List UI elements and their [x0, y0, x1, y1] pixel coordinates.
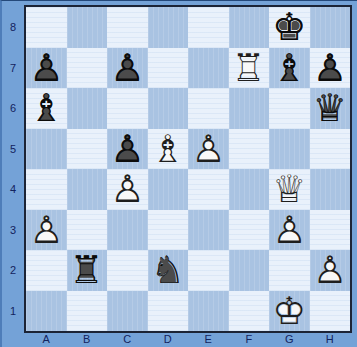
square-g3[interactable]: ♟♙	[269, 210, 310, 251]
black-pawn-h7[interactable]: ♟♙	[310, 48, 351, 89]
square-f7[interactable]: ♜♖	[229, 48, 270, 89]
square-d8[interactable]	[148, 7, 189, 48]
white-rook-f7[interactable]: ♜♖	[229, 48, 270, 89]
square-b6[interactable]	[67, 88, 108, 129]
white-queen-outline: ♕	[269, 169, 310, 210]
chess-board-panel: 87654321 ♚♔♟♙♟♙♜♖♝♗♟♙♝♗♛♕♟♙♝♗♟♙♟♙♛♕♟♙♟♙♜…	[0, 0, 357, 347]
square-e6[interactable]	[188, 88, 229, 129]
black-knight-outline: ♘	[148, 250, 189, 291]
square-f5[interactable]	[229, 129, 270, 170]
rank-label-2: 2	[2, 250, 24, 291]
square-g8[interactable]: ♚♔	[269, 7, 310, 48]
square-a2[interactable]	[26, 250, 67, 291]
white-pawn-outline: ♙	[188, 129, 229, 170]
black-pawn-outline: ♙	[26, 48, 67, 89]
white-pawn-a3[interactable]: ♟♙	[26, 210, 67, 251]
square-d1[interactable]	[148, 291, 189, 332]
black-bishop-a6[interactable]: ♝♗	[26, 88, 67, 129]
black-bishop-g7[interactable]: ♝♗	[269, 48, 310, 89]
square-g1[interactable]: ♚♔	[269, 291, 310, 332]
rank-label-4: 4	[2, 169, 24, 210]
file-label-g: G	[269, 333, 310, 346]
white-king-outline: ♔	[269, 291, 310, 332]
square-h5[interactable]	[310, 129, 351, 170]
white-pawn-e5[interactable]: ♟♙	[188, 129, 229, 170]
square-a3[interactable]: ♟♙	[26, 210, 67, 251]
square-e3[interactable]	[188, 210, 229, 251]
square-b1[interactable]	[67, 291, 108, 332]
rank-label-8: 8	[2, 7, 24, 48]
black-pawn-outline: ♙	[107, 129, 148, 170]
rank-label-6: 6	[2, 88, 24, 129]
square-g6[interactable]	[269, 88, 310, 129]
black-king-g8[interactable]: ♚♔	[269, 7, 310, 48]
square-e8[interactable]	[188, 7, 229, 48]
black-rook-outline: ♖	[67, 250, 108, 291]
square-c2[interactable]	[107, 250, 148, 291]
square-e1[interactable]	[188, 291, 229, 332]
square-f4[interactable]	[229, 169, 270, 210]
black-knight-d2[interactable]: ♞♘	[148, 250, 189, 291]
square-f6[interactable]	[229, 88, 270, 129]
square-h6[interactable]: ♛♕	[310, 88, 351, 129]
file-label-f: F	[229, 333, 270, 346]
black-pawn-outline: ♙	[310, 48, 351, 89]
black-queen-outline: ♕	[310, 88, 351, 129]
white-rook-outline: ♖	[229, 48, 270, 89]
square-g2[interactable]	[269, 250, 310, 291]
square-g4[interactable]: ♛♕	[269, 169, 310, 210]
square-f2[interactable]	[229, 250, 270, 291]
rank-label-7: 7	[2, 48, 24, 89]
square-d6[interactable]	[148, 88, 189, 129]
square-h1[interactable]	[310, 291, 351, 332]
square-c1[interactable]	[107, 291, 148, 332]
black-bishop-outline: ♗	[269, 48, 310, 89]
square-a5[interactable]	[26, 129, 67, 170]
file-label-h: H	[310, 333, 351, 346]
white-pawn-outline: ♙	[310, 250, 351, 291]
square-h4[interactable]	[310, 169, 351, 210]
black-pawn-c5[interactable]: ♟♙	[107, 129, 148, 170]
white-pawn-g3[interactable]: ♟♙	[269, 210, 310, 251]
black-rook-b2[interactable]: ♜♖	[67, 250, 108, 291]
white-pawn-outline: ♙	[26, 210, 67, 251]
square-d4[interactable]	[148, 169, 189, 210]
square-g7[interactable]: ♝♗	[269, 48, 310, 89]
square-c3[interactable]	[107, 210, 148, 251]
square-c4[interactable]: ♟♙	[107, 169, 148, 210]
square-a4[interactable]	[26, 169, 67, 210]
file-label-e: E	[188, 333, 229, 346]
square-a8[interactable]	[26, 7, 67, 48]
square-h7[interactable]: ♟♙	[310, 48, 351, 89]
square-e5[interactable]: ♟♙	[188, 129, 229, 170]
white-king-g1[interactable]: ♚♔	[269, 291, 310, 332]
rank-label-5: 5	[2, 129, 24, 170]
square-f8[interactable]	[229, 7, 270, 48]
black-pawn-a7[interactable]: ♟♙	[26, 48, 67, 89]
black-queen-h6[interactable]: ♛♕	[310, 88, 351, 129]
rank-label-3: 3	[2, 210, 24, 251]
file-label-a: A	[26, 333, 67, 346]
square-b3[interactable]	[67, 210, 108, 251]
square-h3[interactable]	[310, 210, 351, 251]
square-e7[interactable]	[188, 48, 229, 89]
file-label-d: D	[148, 333, 189, 346]
square-c7[interactable]: ♟♙	[107, 48, 148, 89]
white-bishop-d5[interactable]: ♝♗	[148, 129, 189, 170]
square-c5[interactable]: ♟♙	[107, 129, 148, 170]
black-bishop-outline: ♗	[26, 88, 67, 129]
file-label-c: C	[107, 333, 148, 346]
square-e4[interactable]	[188, 169, 229, 210]
black-pawn-outline: ♙	[107, 48, 148, 89]
square-b4[interactable]	[67, 169, 108, 210]
square-d7[interactable]	[148, 48, 189, 89]
square-b5[interactable]	[67, 129, 108, 170]
white-pawn-outline: ♙	[269, 210, 310, 251]
white-bishop-outline: ♗	[148, 129, 189, 170]
square-a7[interactable]: ♟♙	[26, 48, 67, 89]
square-h8[interactable]	[310, 7, 351, 48]
square-c6[interactable]	[107, 88, 148, 129]
square-e2[interactable]	[188, 250, 229, 291]
square-f1[interactable]	[229, 291, 270, 332]
square-d5[interactable]: ♝♗	[148, 129, 189, 170]
square-c8[interactable]	[107, 7, 148, 48]
black-pawn-c7[interactable]: ♟♙	[107, 48, 148, 89]
file-label-b: B	[67, 333, 108, 346]
square-a6[interactable]: ♝♗	[26, 88, 67, 129]
square-f3[interactable]	[229, 210, 270, 251]
square-d3[interactable]	[148, 210, 189, 251]
square-b7[interactable]	[67, 48, 108, 89]
rank-label-1: 1	[2, 291, 24, 332]
chess-board: ♚♔♟♙♟♙♜♖♝♗♟♙♝♗♛♕♟♙♝♗♟♙♟♙♛♕♟♙♟♙♜♖♞♘♟♙♚♔	[24, 5, 352, 333]
square-b8[interactable]	[67, 7, 108, 48]
square-g5[interactable]	[269, 129, 310, 170]
square-h2[interactable]: ♟♙	[310, 250, 351, 291]
white-pawn-outline: ♙	[107, 169, 148, 210]
white-queen-g4[interactable]: ♛♕	[269, 169, 310, 210]
square-d2[interactable]: ♞♘	[148, 250, 189, 291]
black-king-outline: ♔	[269, 7, 310, 48]
square-a1[interactable]	[26, 291, 67, 332]
white-pawn-c4[interactable]: ♟♙	[107, 169, 148, 210]
white-pawn-h2[interactable]: ♟♙	[310, 250, 351, 291]
square-b2[interactable]: ♜♖	[67, 250, 108, 291]
